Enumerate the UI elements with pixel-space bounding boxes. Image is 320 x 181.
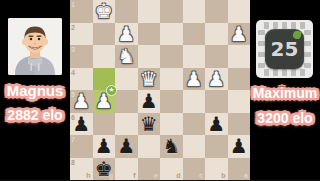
square-e1[interactable] xyxy=(138,0,161,23)
square-c7[interactable] xyxy=(183,135,206,158)
square-e6[interactable]: ♛ xyxy=(138,113,161,136)
square-b8[interactable]: b xyxy=(205,158,228,181)
square-e7[interactable] xyxy=(138,135,161,158)
square-h6[interactable]: ♟6 xyxy=(70,113,93,136)
rank-label-2: 2 xyxy=(71,24,75,31)
chip-pins-bottom xyxy=(264,69,305,76)
square-d6[interactable] xyxy=(160,113,183,136)
square-a7[interactable]: ♟ xyxy=(228,135,251,158)
white-piece-g1: ♚ xyxy=(93,0,116,23)
square-h8[interactable]: 8h xyxy=(70,158,93,181)
left-player-panel: Magnus 2882 elo xyxy=(0,0,70,180)
chip-pins-right xyxy=(304,30,311,68)
square-g1[interactable]: ♚ xyxy=(93,0,116,23)
square-g5[interactable]: ♟★ xyxy=(93,90,116,113)
square-e5[interactable]: ♟ xyxy=(138,90,161,113)
file-label-f: f xyxy=(133,172,135,179)
square-a3[interactable] xyxy=(228,45,251,68)
rank-label-7: 7 xyxy=(71,136,75,143)
engine-chip-icon: 25 xyxy=(256,20,313,78)
black-piece-d7: ♞ xyxy=(160,135,183,158)
black-piece-b6: ♟ xyxy=(205,113,228,136)
square-c1[interactable] xyxy=(183,0,206,23)
black-piece-g7: ♟ xyxy=(93,135,116,158)
square-b2[interactable] xyxy=(205,23,228,46)
square-d5[interactable] xyxy=(160,90,183,113)
square-d4[interactable] xyxy=(160,68,183,91)
square-b4[interactable]: ♟ xyxy=(205,68,228,91)
rank-label-1: 1 xyxy=(71,1,75,8)
square-b6[interactable]: ♟ xyxy=(205,113,228,136)
square-d2[interactable] xyxy=(160,23,183,46)
square-c6[interactable] xyxy=(183,113,206,136)
rank-label-5: 5 xyxy=(71,91,75,98)
file-label-h: h xyxy=(86,172,90,179)
black-piece-e6: ♛ xyxy=(138,113,161,136)
square-b1[interactable] xyxy=(205,0,228,23)
square-e4[interactable]: ♛ xyxy=(138,68,161,91)
thumbnail: Magnus 2882 elo 1♚2♟♟3♞4♛♟♟♟5♟★♟♟6♛♟7♟♟♞… xyxy=(0,0,320,180)
best-move-star-icon: ★ xyxy=(106,85,117,96)
square-a2[interactable]: ♟ xyxy=(228,23,251,46)
white-piece-f2: ♟ xyxy=(115,23,138,46)
chip-pins-top xyxy=(264,22,305,29)
left-player-elo: 2882 elo xyxy=(0,107,70,123)
square-g7[interactable]: ♟ xyxy=(93,135,116,158)
magnus-avatar-illustration xyxy=(8,18,62,75)
white-piece-c4: ♟ xyxy=(183,68,206,91)
square-g8[interactable]: ♚g xyxy=(93,158,116,181)
square-d3[interactable] xyxy=(160,45,183,68)
square-a5[interactable] xyxy=(228,90,251,113)
black-piece-e5: ♟ xyxy=(138,90,161,113)
square-d1[interactable] xyxy=(160,0,183,23)
square-e3[interactable] xyxy=(138,45,161,68)
file-label-e: e xyxy=(154,172,158,179)
white-piece-e4: ♛ xyxy=(138,68,161,91)
square-f3[interactable]: ♞ xyxy=(115,45,138,68)
black-piece-f7: ♟ xyxy=(115,135,138,158)
right-player-panel: 25 Maximum 3200 elo xyxy=(250,0,320,180)
chip-depth-label: 25 xyxy=(271,37,299,61)
square-g3[interactable] xyxy=(93,45,116,68)
square-b5[interactable] xyxy=(205,90,228,113)
leaf-icon xyxy=(292,30,301,39)
square-h3[interactable]: 3 xyxy=(70,45,93,68)
square-h1[interactable]: 1 xyxy=(70,0,93,23)
white-piece-b4: ♟ xyxy=(205,68,228,91)
rank-label-8: 8 xyxy=(71,159,75,166)
square-c2[interactable] xyxy=(183,23,206,46)
square-d7[interactable]: ♞ xyxy=(160,135,183,158)
square-f4[interactable] xyxy=(115,68,138,91)
file-label-c: c xyxy=(199,172,203,179)
square-g6[interactable] xyxy=(93,113,116,136)
square-f7[interactable]: ♟ xyxy=(115,135,138,158)
rank-label-6: 6 xyxy=(71,114,75,121)
square-c4[interactable]: ♟ xyxy=(183,68,206,91)
chess-board: 1♚2♟♟3♞4♛♟♟♟5♟★♟♟6♛♟7♟♟♞♟8h♚gfedcba xyxy=(70,0,250,180)
magnus-avatar xyxy=(8,18,62,75)
square-f8[interactable]: f xyxy=(115,158,138,181)
right-player-elo: 3200 elo xyxy=(250,110,320,126)
square-b7[interactable] xyxy=(205,135,228,158)
file-label-d: d xyxy=(176,172,180,179)
rank-label-4: 4 xyxy=(71,69,75,76)
chip-body: 25 xyxy=(265,29,304,69)
square-c5[interactable] xyxy=(183,90,206,113)
black-piece-a7: ♟ xyxy=(228,135,251,158)
square-f6[interactable] xyxy=(115,113,138,136)
square-b3[interactable] xyxy=(205,45,228,68)
square-f1[interactable] xyxy=(115,0,138,23)
square-h5[interactable]: ♟5 xyxy=(70,90,93,113)
square-f5[interactable] xyxy=(115,90,138,113)
square-h2[interactable]: 2 xyxy=(70,23,93,46)
file-label-a: a xyxy=(244,172,248,179)
rank-label-3: 3 xyxy=(71,46,75,53)
square-a1[interactable] xyxy=(228,0,251,23)
left-player-name: Magnus xyxy=(0,82,70,99)
square-c8[interactable]: c xyxy=(183,158,206,181)
file-label-g: g xyxy=(109,172,113,179)
square-g2[interactable] xyxy=(93,23,116,46)
square-a4[interactable] xyxy=(228,68,251,91)
square-h4[interactable]: 4 xyxy=(70,68,93,91)
white-piece-a2: ♟ xyxy=(228,23,251,46)
right-player-name: Maximum xyxy=(250,85,320,101)
square-a8[interactable]: a xyxy=(228,158,251,181)
square-f2[interactable]: ♟ xyxy=(115,23,138,46)
square-d8[interactable]: d xyxy=(160,158,183,181)
square-e8[interactable]: e xyxy=(138,158,161,181)
white-piece-f3: ♞ xyxy=(115,45,138,68)
file-label-b: b xyxy=(221,172,225,179)
square-c3[interactable] xyxy=(183,45,206,68)
chip-pins-left xyxy=(258,30,265,68)
square-h7[interactable]: 7 xyxy=(70,135,93,158)
square-e2[interactable] xyxy=(138,23,161,46)
square-a6[interactable] xyxy=(228,113,251,136)
